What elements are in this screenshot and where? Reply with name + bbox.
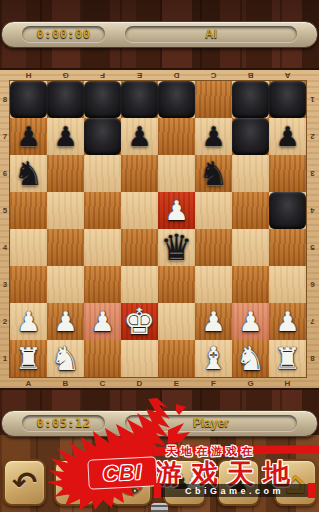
file-label-E: E xyxy=(158,378,195,389)
hidden-square-tile xyxy=(121,81,158,118)
square-d2[interactable]: ♚ xyxy=(121,303,158,340)
square-d5[interactable] xyxy=(121,192,158,229)
home-button[interactable]: ⌂ xyxy=(274,459,317,506)
file-labels-bottom: ABCDEFGH xyxy=(10,378,306,389)
rank-label-3: 3 xyxy=(0,266,10,303)
piece-white-knight: ♞ xyxy=(51,340,81,377)
toolbar-background xyxy=(0,435,319,512)
square-b7[interactable]: ♟ xyxy=(47,118,84,155)
square-b5[interactable] xyxy=(47,192,84,229)
piece-black-knight: ♞ xyxy=(14,155,44,192)
square-c8[interactable] xyxy=(84,81,121,118)
piece-white-king: ♚ xyxy=(123,303,155,340)
piece-white-pawn: ♟ xyxy=(90,303,114,340)
hidden-square-tile xyxy=(269,81,306,118)
square-e2[interactable] xyxy=(158,303,195,340)
square-f4[interactable] xyxy=(195,229,232,266)
player-clock: 0:05:12 xyxy=(22,415,105,431)
square-h2[interactable]: ♟ xyxy=(269,303,306,340)
undo-button[interactable]: ↶ xyxy=(3,459,46,506)
player-name: Player xyxy=(193,416,229,430)
piece-black-pawn: ♟ xyxy=(127,118,151,155)
square-d6[interactable] xyxy=(121,155,158,192)
file-labels-top: ABCDEFGH xyxy=(10,70,306,81)
home-icon: ⌂ xyxy=(285,468,306,498)
square-e8[interactable] xyxy=(158,81,195,118)
move-list-button[interactable] xyxy=(54,459,97,506)
opponent-clock-bar: 0:00:00 AI xyxy=(1,21,318,48)
square-d4[interactable] xyxy=(121,229,158,266)
rank-labels-left: 87654321 xyxy=(0,81,10,377)
piece-white-rook: ♜ xyxy=(274,340,301,377)
hidden-square-tile xyxy=(84,118,121,155)
piece-white-pawn: ♟ xyxy=(238,303,262,340)
square-g4[interactable] xyxy=(232,229,269,266)
square-h3[interactable] xyxy=(269,266,306,303)
square-c2[interactable]: ♟ xyxy=(84,303,121,340)
square-a8[interactable] xyxy=(10,81,47,118)
rank-label-6: 6 xyxy=(306,266,319,303)
wheel-icon xyxy=(117,469,144,496)
piece-white-pawn: ♟ xyxy=(16,303,40,340)
file-label-A: A xyxy=(10,378,47,389)
square-h8[interactable] xyxy=(269,81,306,118)
square-g5[interactable] xyxy=(232,192,269,229)
undo-icon: ↶ xyxy=(12,468,37,498)
square-c4[interactable] xyxy=(84,229,121,266)
square-f8[interactable] xyxy=(195,81,232,118)
opponent-name-plate: AI xyxy=(125,26,297,42)
rank-label-4: 4 xyxy=(306,192,319,229)
rank-labels-right: 87654321 xyxy=(306,81,319,377)
square-g6[interactable] xyxy=(232,155,269,192)
rank-label-7: 7 xyxy=(306,303,319,340)
square-g3[interactable] xyxy=(232,266,269,303)
square-b1[interactable]: ♞ xyxy=(47,340,84,377)
square-a6[interactable]: ♞ xyxy=(10,155,47,192)
piece-black-pawn: ♟ xyxy=(275,118,299,155)
square-e5[interactable]: ♟ xyxy=(158,192,195,229)
player-clock-bar: 0:05:12 Player xyxy=(1,410,318,437)
square-a5[interactable] xyxy=(10,192,47,229)
square-h7[interactable]: ♟ xyxy=(269,118,306,155)
file-label-B: B xyxy=(47,378,84,389)
square-f5[interactable] xyxy=(195,192,232,229)
file-label-H: H xyxy=(10,70,47,81)
square-g7[interactable] xyxy=(232,118,269,155)
chess-board: ABCDEFGH ABCDEFGH 87654321 87654321 ♟♟♟♟… xyxy=(0,68,319,390)
square-a4[interactable] xyxy=(10,229,47,266)
file-label-D: D xyxy=(158,70,195,81)
rank-label-1: 1 xyxy=(0,340,10,377)
hidden-square-tile xyxy=(232,118,269,155)
square-g8[interactable] xyxy=(232,81,269,118)
scroll-icon xyxy=(59,468,92,497)
square-c6[interactable] xyxy=(84,155,121,192)
square-d7[interactable]: ♟ xyxy=(121,118,158,155)
square-h6[interactable] xyxy=(269,155,306,192)
piece-white-bishop: ♝ xyxy=(200,340,228,377)
square-d1[interactable] xyxy=(121,340,158,377)
square-a1[interactable]: ♜ xyxy=(10,340,47,377)
file-label-E: E xyxy=(121,70,158,81)
rank-label-2: 2 xyxy=(306,118,319,155)
file-label-C: C xyxy=(195,70,232,81)
opponent-name: AI xyxy=(205,27,217,41)
opponent-clock-time: 0:00:00 xyxy=(36,27,90,41)
square-a3[interactable] xyxy=(10,266,47,303)
file-label-B: B xyxy=(232,70,269,81)
file-label-F: F xyxy=(84,70,121,81)
square-f6[interactable]: ♞ xyxy=(195,155,232,192)
pawn-button[interactable]: ♟ xyxy=(217,459,260,506)
hidden-square-tile xyxy=(232,81,269,118)
piece-white-pawn: ♟ xyxy=(53,303,77,340)
square-f1[interactable]: ♝ xyxy=(195,340,232,377)
square-b8[interactable] xyxy=(47,81,84,118)
square-c7[interactable] xyxy=(84,118,121,155)
square-b4[interactable] xyxy=(47,229,84,266)
chess-app-screen: 0:00:00 AI ABCDEFGH ABCDEFGH 87654321 87… xyxy=(0,0,319,512)
square-g2[interactable]: ♟ xyxy=(232,303,269,340)
piece-white-knight: ♞ xyxy=(236,340,266,377)
square-c5[interactable] xyxy=(84,192,121,229)
piece-white-pawn: ♟ xyxy=(275,303,299,340)
hidden-square-tile xyxy=(269,192,306,229)
square-h4[interactable] xyxy=(269,229,306,266)
square-e7[interactable] xyxy=(158,118,195,155)
file-label-D: D xyxy=(121,378,158,389)
square-b3[interactable] xyxy=(47,266,84,303)
square-a7[interactable]: ♟ xyxy=(10,118,47,155)
square-b6[interactable] xyxy=(47,155,84,192)
hidden-square-tile xyxy=(84,81,121,118)
square-d3[interactable] xyxy=(121,266,158,303)
rank-label-2: 2 xyxy=(0,303,10,340)
hidden-square-tile xyxy=(10,81,47,118)
pawn-icon: ♟ xyxy=(227,470,250,496)
rank-label-6: 6 xyxy=(0,155,10,192)
square-e3[interactable] xyxy=(158,266,195,303)
square-b2[interactable]: ♟ xyxy=(47,303,84,340)
piece-white-rook: ♜ xyxy=(15,340,42,377)
rank-label-1: 1 xyxy=(306,81,319,118)
square-f7[interactable]: ♟ xyxy=(195,118,232,155)
file-label-A: A xyxy=(269,70,306,81)
square-f2[interactable]: ♟ xyxy=(195,303,232,340)
square-f3[interactable] xyxy=(195,266,232,303)
rank-label-7: 7 xyxy=(0,118,10,155)
rank-label-8: 8 xyxy=(0,81,10,118)
player-clock-time: 0:05:12 xyxy=(36,416,90,430)
piece-black-pawn: ♟ xyxy=(16,118,40,155)
file-label-G: G xyxy=(47,70,84,81)
hidden-square-tile xyxy=(47,81,84,118)
square-e1[interactable] xyxy=(158,340,195,377)
hidden-square-tile xyxy=(158,81,195,118)
square-d8[interactable] xyxy=(121,81,158,118)
two-pawns-icon: ♟♟ xyxy=(172,472,198,493)
opponent-clock: 0:00:00 xyxy=(22,26,105,42)
pieces-button[interactable]: ♟♟ xyxy=(163,459,206,506)
piece-black-knight: ♞ xyxy=(199,155,229,192)
square-c3[interactable] xyxy=(84,266,121,303)
square-g1[interactable]: ♞ xyxy=(232,340,269,377)
square-h5[interactable] xyxy=(269,192,306,229)
piece-black-queen: ♛ xyxy=(160,229,192,266)
rank-label-8: 8 xyxy=(306,340,319,377)
rank-label-4: 4 xyxy=(0,229,10,266)
piece-black-pawn: ♟ xyxy=(53,118,77,155)
square-a2[interactable]: ♟ xyxy=(10,303,47,340)
file-label-G: G xyxy=(232,378,269,389)
piece-white-pawn: ♟ xyxy=(164,192,188,229)
file-label-H: H xyxy=(269,378,306,389)
rank-label-3: 3 xyxy=(306,155,319,192)
square-e6[interactable] xyxy=(158,155,195,192)
square-h1[interactable]: ♜ xyxy=(269,340,306,377)
square-e4[interactable]: ♛ xyxy=(158,229,195,266)
rank-label-5: 5 xyxy=(0,192,10,229)
file-label-F: F xyxy=(195,378,232,389)
square-c1[interactable] xyxy=(84,340,121,377)
piece-white-pawn: ♟ xyxy=(201,303,225,340)
rank-label-5: 5 xyxy=(306,229,319,266)
menu-handle[interactable] xyxy=(151,503,168,512)
board-squares: ♟♟♟♟♟♞♞♟♛♟♟♟♚♟♟♟♜♞♝♞♜ xyxy=(10,81,306,377)
player-name-plate: Player xyxy=(125,415,297,431)
file-label-C: C xyxy=(84,378,121,389)
dial-button[interactable] xyxy=(109,459,152,506)
piece-black-pawn: ♟ xyxy=(201,118,225,155)
